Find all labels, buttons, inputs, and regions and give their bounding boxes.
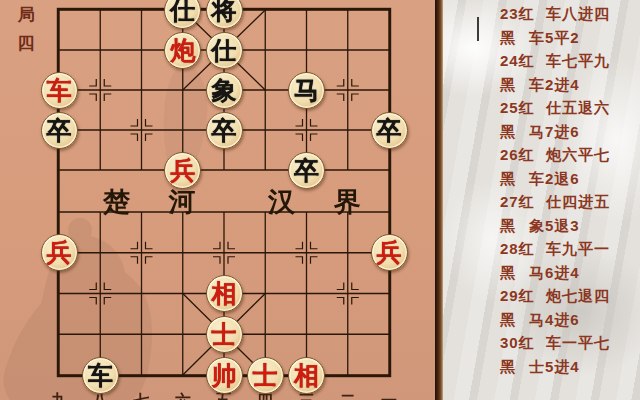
red-piece-相[interactable]: 相 [288, 357, 325, 394]
black-piece-卒[interactable]: 卒 [371, 112, 408, 149]
red-piece-兵[interactable]: 兵 [41, 234, 78, 271]
move-notation: 马4进6 [529, 311, 580, 330]
file-label-4: 六 [172, 391, 194, 400]
file-label-1: 九 [48, 391, 70, 400]
red-piece-车[interactable]: 车 [41, 72, 78, 109]
black-piece-车[interactable]: 车 [82, 357, 119, 394]
move-side-label: 黑 [500, 170, 529, 189]
panel-divider [435, 0, 443, 400]
black-piece-卒[interactable]: 卒 [288, 152, 325, 189]
red-piece-士[interactable]: 士 [247, 357, 284, 394]
move-line-2[interactable]: 黑车5平2 [500, 27, 640, 51]
move-side-label: 黑 [500, 29, 529, 48]
move-line-4[interactable]: 黑车2进4 [500, 74, 640, 98]
move-line-8[interactable]: 黑车2退6 [500, 168, 640, 192]
move-line-12[interactable]: 黑马6进4 [500, 262, 640, 286]
move-line-14[interactable]: 黑马4进6 [500, 309, 640, 333]
move-line-5[interactable]: 25红仕五退六 [500, 97, 640, 121]
move-notation: 仕四进五 [546, 193, 610, 212]
move-side-label: 黑 [500, 76, 529, 95]
red-piece-炮[interactable]: 炮 [164, 32, 201, 69]
move-notation: 车七平九 [546, 52, 610, 71]
move-notation: 象5退3 [529, 217, 580, 236]
move-side-label: 黑 [500, 358, 529, 377]
move-side-label: 24红 [500, 52, 546, 71]
move-line-13[interactable]: 29红炮七退四 [500, 285, 640, 309]
move-notation: 车5平2 [529, 29, 580, 48]
move-notation: 车2进4 [529, 76, 580, 95]
move-line-11[interactable]: 28红车九平一 [500, 238, 640, 262]
black-piece-象[interactable]: 象 [206, 72, 243, 109]
red-piece-相[interactable]: 相 [206, 275, 243, 312]
move-notation: 车一平七 [546, 334, 610, 353]
move-side-label: 25红 [500, 99, 546, 118]
move-notation: 仕五退六 [546, 99, 610, 118]
move-notation: 车九平一 [546, 240, 610, 259]
move-side-label: 黑 [500, 123, 529, 142]
red-piece-士[interactable]: 士 [206, 316, 243, 353]
file-label-9: 一 [378, 391, 400, 400]
move-line-3[interactable]: 24红车七平九 [500, 50, 640, 74]
black-piece-马[interactable]: 马 [288, 72, 325, 109]
black-piece-仕[interactable]: 仕 [206, 32, 243, 69]
xiangqi-app-window: 局 四 楚 河 汉 界 九八七六五四三二一 仕将炮仕车象马卒卒卒兵卒兵兵相士车帅… [0, 0, 640, 400]
move-line-16[interactable]: 黑士5进4 [500, 356, 640, 380]
move-side-label: 26红 [500, 146, 546, 165]
red-piece-兵[interactable]: 兵 [371, 234, 408, 271]
move-notation: 士5进4 [529, 358, 580, 377]
board-area: 局 四 楚 河 汉 界 九八七六五四三二一 仕将炮仕车象马卒卒卒兵卒兵兵相士车帅… [0, 0, 435, 400]
move-notation: 车2退6 [529, 170, 580, 189]
text-caret [477, 17, 479, 41]
move-side-label: 30红 [500, 334, 546, 353]
move-line-6[interactable]: 黑马7进6 [500, 121, 640, 145]
move-notation: 马6进4 [529, 264, 580, 283]
red-piece-帅[interactable]: 帅 [206, 357, 243, 394]
move-side-label: 27红 [500, 193, 546, 212]
move-notation: 炮六平七 [546, 146, 610, 165]
move-side-label: 黑 [500, 264, 529, 283]
black-piece-卒[interactable]: 卒 [206, 112, 243, 149]
move-line-7[interactable]: 26红炮六平七 [500, 144, 640, 168]
move-line-1[interactable]: 23红车八进四 [500, 3, 640, 27]
move-line-15[interactable]: 30红车一平七 [500, 332, 640, 356]
move-side-label: 28红 [500, 240, 546, 259]
file-label-3: 七 [131, 391, 153, 400]
move-list[interactable]: 23红车八进四黑车5平224红车七平九黑车2进425红仕五退六黑马7进626红炮… [500, 3, 640, 379]
move-notation: 马7进6 [529, 123, 580, 142]
move-side-label: 黑 [500, 311, 529, 330]
move-line-10[interactable]: 黑象5退3 [500, 215, 640, 239]
black-piece-卒[interactable]: 卒 [41, 112, 78, 149]
file-label-8: 二 [337, 391, 359, 400]
move-notation: 车八进四 [546, 5, 610, 24]
red-piece-兵[interactable]: 兵 [164, 152, 201, 189]
move-side-label: 黑 [500, 217, 529, 236]
move-side-label: 23红 [500, 5, 546, 24]
move-notation: 炮七退四 [546, 287, 610, 306]
river-label-chu-he: 楚 河 [103, 184, 212, 220]
move-side-label: 29红 [500, 287, 546, 306]
river-label-han-jie: 汉 界 [268, 184, 377, 220]
move-line-9[interactable]: 27红仕四进五 [500, 191, 640, 215]
